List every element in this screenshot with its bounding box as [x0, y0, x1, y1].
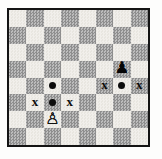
square-f8 — [96, 10, 113, 27]
square-e3 — [79, 94, 96, 111]
square-a6 — [9, 44, 26, 61]
square-b8 — [26, 10, 43, 27]
square-f3 — [96, 94, 113, 111]
square-b3: x — [26, 94, 43, 111]
square-d4 — [61, 78, 78, 95]
move-dot-icon — [49, 99, 56, 106]
square-e1 — [79, 128, 96, 145]
square-f7 — [96, 27, 113, 44]
square-c7 — [44, 27, 61, 44]
square-a5 — [9, 61, 26, 78]
square-c2: ♙ — [44, 111, 61, 128]
capture-x-mark: x — [101, 78, 108, 91]
square-h7 — [131, 27, 148, 44]
square-f6 — [96, 44, 113, 61]
chess-diagram-page: ♟xxxx♙ — [0, 0, 162, 159]
square-f5 — [96, 61, 113, 78]
square-h2 — [131, 111, 148, 128]
white-pawn: ♙ — [45, 111, 59, 126]
square-b1 — [26, 128, 43, 145]
square-c1 — [44, 128, 61, 145]
square-d8 — [61, 10, 78, 27]
square-e5 — [79, 61, 96, 78]
square-e4 — [79, 78, 96, 95]
square-g1 — [113, 128, 130, 145]
move-dot-icon — [49, 82, 56, 89]
square-h5 — [131, 61, 148, 78]
square-a4 — [9, 78, 26, 95]
capture-x-mark: x — [67, 95, 74, 108]
black-pawn: ♟ — [115, 61, 129, 76]
square-h8 — [131, 10, 148, 27]
square-d5 — [61, 61, 78, 78]
square-c6 — [44, 44, 61, 61]
square-e8 — [79, 10, 96, 27]
square-g8 — [113, 10, 130, 27]
square-b2 — [26, 111, 43, 128]
square-g7 — [113, 27, 130, 44]
capture-x-mark: x — [136, 78, 143, 91]
square-d7 — [61, 27, 78, 44]
square-e7 — [79, 27, 96, 44]
capture-x-mark: x — [32, 95, 39, 108]
square-b7 — [26, 27, 43, 44]
square-a3 — [9, 94, 26, 111]
square-h1 — [131, 128, 148, 145]
square-e6 — [79, 44, 96, 61]
square-f1 — [96, 128, 113, 145]
square-d2 — [61, 111, 78, 128]
square-c5 — [44, 61, 61, 78]
square-e2 — [79, 111, 96, 128]
square-b6 — [26, 44, 43, 61]
square-a2 — [9, 111, 26, 128]
square-a8 — [9, 10, 26, 27]
square-g3 — [113, 94, 130, 111]
square-g6 — [113, 44, 130, 61]
square-g4 — [113, 78, 130, 95]
square-c3 — [44, 94, 61, 111]
square-g5: ♟ — [113, 61, 130, 78]
square-h4: x — [131, 78, 148, 95]
square-h6 — [131, 44, 148, 61]
square-b4 — [26, 78, 43, 95]
square-g2 — [113, 111, 130, 128]
square-c4 — [44, 78, 61, 95]
square-d6 — [61, 44, 78, 61]
chess-board: ♟xxxx♙ — [7, 8, 150, 147]
square-a1 — [9, 128, 26, 145]
square-f4: x — [96, 78, 113, 95]
square-f2 — [96, 111, 113, 128]
square-b5 — [26, 61, 43, 78]
square-h3 — [131, 94, 148, 111]
square-a7 — [9, 27, 26, 44]
move-dot-icon — [118, 82, 125, 89]
square-d3: x — [61, 94, 78, 111]
square-d1 — [61, 128, 78, 145]
square-c8 — [44, 10, 61, 27]
